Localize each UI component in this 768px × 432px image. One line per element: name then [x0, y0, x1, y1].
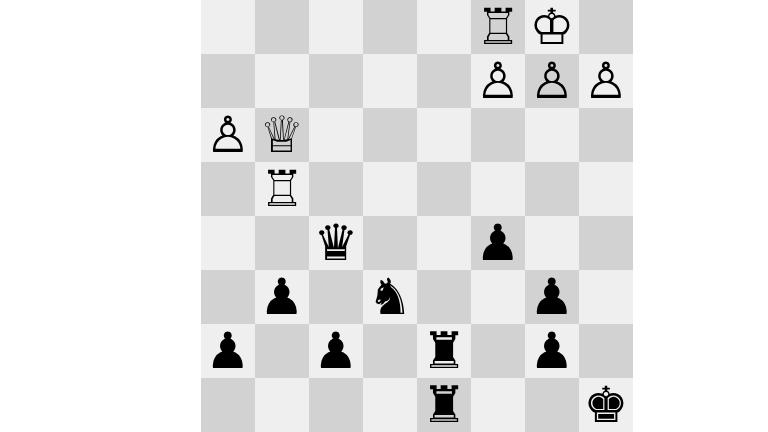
square-a5[interactable] [579, 216, 633, 270]
square-b3[interactable] [525, 108, 579, 162]
black-rook-piece[interactable]: ♜ [417, 378, 471, 432]
square-c4[interactable] [471, 162, 525, 216]
square-e6[interactable]: ♞ [363, 270, 417, 324]
square-b5[interactable] [525, 216, 579, 270]
square-d5[interactable] [417, 216, 471, 270]
square-d2[interactable] [417, 54, 471, 108]
square-b8[interactable] [525, 378, 579, 432]
square-g6[interactable]: ♟ [255, 270, 309, 324]
square-g2[interactable] [255, 54, 309, 108]
square-e5[interactable] [363, 216, 417, 270]
square-d4[interactable] [417, 162, 471, 216]
page-background: ♖♔♙♙♙♙♕♖♛♟♟♞♟♟♟♜♟♜♚ [0, 0, 768, 432]
square-f5[interactable]: ♛ [309, 216, 363, 270]
square-h3[interactable]: ♙ [201, 108, 255, 162]
square-a8[interactable]: ♚ [579, 378, 633, 432]
square-e3[interactable] [363, 108, 417, 162]
square-c8[interactable] [471, 378, 525, 432]
square-f8[interactable] [309, 378, 363, 432]
square-a7[interactable] [579, 324, 633, 378]
black-rook-piece[interactable]: ♜ [417, 324, 471, 378]
square-a6[interactable] [579, 270, 633, 324]
square-e1[interactable] [363, 0, 417, 54]
square-c2[interactable]: ♙ [471, 54, 525, 108]
white-queen-piece[interactable]: ♕ [255, 108, 309, 162]
square-d1[interactable] [417, 0, 471, 54]
square-b2[interactable]: ♙ [525, 54, 579, 108]
black-pawn-piece[interactable]: ♟ [525, 324, 579, 378]
square-g3[interactable]: ♕ [255, 108, 309, 162]
white-rook-piece[interactable]: ♖ [471, 0, 525, 54]
square-h6[interactable] [201, 270, 255, 324]
square-d7[interactable]: ♜ [417, 324, 471, 378]
square-b7[interactable]: ♟ [525, 324, 579, 378]
white-pawn-piece[interactable]: ♙ [579, 54, 633, 108]
square-c3[interactable] [471, 108, 525, 162]
square-e2[interactable] [363, 54, 417, 108]
square-h8[interactable] [201, 378, 255, 432]
square-h4[interactable] [201, 162, 255, 216]
square-f3[interactable] [309, 108, 363, 162]
white-pawn-piece[interactable]: ♙ [201, 108, 255, 162]
black-knight-piece[interactable]: ♞ [363, 270, 417, 324]
square-c7[interactable] [471, 324, 525, 378]
square-e4[interactable] [363, 162, 417, 216]
black-pawn-piece[interactable]: ♟ [255, 270, 309, 324]
square-h1[interactable] [201, 0, 255, 54]
square-f6[interactable] [309, 270, 363, 324]
white-pawn-piece[interactable]: ♙ [525, 54, 579, 108]
black-pawn-piece[interactable]: ♟ [201, 324, 255, 378]
square-f4[interactable] [309, 162, 363, 216]
square-g1[interactable] [255, 0, 309, 54]
square-g4[interactable]: ♖ [255, 162, 309, 216]
square-d3[interactable] [417, 108, 471, 162]
square-f7[interactable]: ♟ [309, 324, 363, 378]
square-h2[interactable] [201, 54, 255, 108]
white-pawn-piece[interactable]: ♙ [471, 54, 525, 108]
square-a4[interactable] [579, 162, 633, 216]
square-b4[interactable] [525, 162, 579, 216]
square-e7[interactable] [363, 324, 417, 378]
square-a3[interactable] [579, 108, 633, 162]
black-king-piece[interactable]: ♚ [579, 378, 633, 432]
black-pawn-piece[interactable]: ♟ [309, 324, 363, 378]
chess-board: ♖♔♙♙♙♙♕♖♛♟♟♞♟♟♟♜♟♜♚ [201, 0, 633, 432]
square-c5[interactable]: ♟ [471, 216, 525, 270]
square-h5[interactable] [201, 216, 255, 270]
black-pawn-piece[interactable]: ♟ [525, 270, 579, 324]
square-d6[interactable] [417, 270, 471, 324]
square-g8[interactable] [255, 378, 309, 432]
square-c1[interactable]: ♖ [471, 0, 525, 54]
square-a2[interactable]: ♙ [579, 54, 633, 108]
square-g7[interactable] [255, 324, 309, 378]
square-b1[interactable]: ♔ [525, 0, 579, 54]
square-f2[interactable] [309, 54, 363, 108]
square-b6[interactable]: ♟ [525, 270, 579, 324]
black-queen-piece[interactable]: ♛ [309, 216, 363, 270]
square-g5[interactable] [255, 216, 309, 270]
square-f1[interactable] [309, 0, 363, 54]
square-e8[interactable] [363, 378, 417, 432]
square-d8[interactable]: ♜ [417, 378, 471, 432]
square-h7[interactable]: ♟ [201, 324, 255, 378]
square-c6[interactable] [471, 270, 525, 324]
square-a1[interactable] [579, 0, 633, 54]
white-king-piece[interactable]: ♔ [525, 0, 579, 54]
black-pawn-piece[interactable]: ♟ [471, 216, 525, 270]
white-rook-piece[interactable]: ♖ [255, 162, 309, 216]
